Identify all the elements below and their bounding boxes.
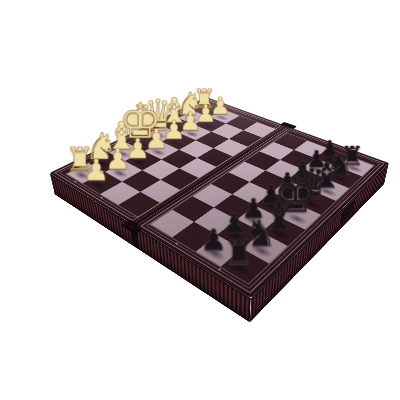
chess-board: ♜♟♞♟♝♟♛♟♚♟♝♟♞♟♜♟ ♟♜♟♞♟♝♟♛♟♚♟♝♟♞♟♜ (50, 97, 389, 298)
frame-screw-dot (100, 197, 103, 199)
piece-black-rook: ♜ (224, 236, 255, 271)
chess-set-photo: ♜♟♞♟♝♟♛♟♚♟♝♟♞♟♜♟ ♟♜♟♞♟♝♟♛♟♚♟♝♟♞♟♜ (0, 0, 400, 400)
frame-screw-dot (74, 181, 77, 183)
piece-white-pawn: ♟ (83, 156, 110, 186)
piece-black-pawn: ♟ (200, 226, 226, 255)
frame-screw-dot (218, 268, 222, 271)
square-e5 (211, 172, 249, 194)
frame-screw-dot (175, 242, 179, 244)
